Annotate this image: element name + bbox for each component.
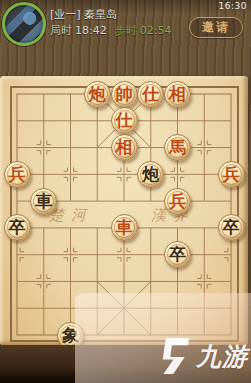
move-time-value: 02:54 [140,24,172,37]
watermark-text: 九游 [196,340,248,373]
piece-black-卒[interactable]: 卒 [164,241,191,268]
piece-red-兵[interactable]: 兵 [164,188,191,215]
player-timers: 局时18:42步时02:54 [50,23,171,38]
piece-red-兵[interactable]: 兵 [218,161,245,188]
piece-red-馬[interactable]: 馬 [164,134,191,161]
piece-red-車[interactable]: 車 [111,214,138,241]
app-screen: 16:30 [业一] 秦皇岛 局时18:42步时02:54 邀请 楚河 漢界 炮… [0,0,251,383]
player-avatar[interactable] [2,2,46,46]
game-time-label: 局时 [50,24,72,37]
invite-button[interactable]: 邀请 [189,17,243,38]
piece-black-卒[interactable]: 卒 [4,214,31,241]
game-time-value: 18:42 [75,24,107,37]
piece-red-相[interactable]: 相 [111,134,138,161]
piece-red-仕[interactable]: 仕 [111,107,138,134]
piece-black-炮[interactable]: 炮 [137,161,164,188]
player-name: [业一] 秦皇岛 [50,7,117,22]
piece-red-帥[interactable]: 帥 [111,81,138,108]
system-clock: 16:30 [219,1,247,11]
watermark-logo: 九游 [157,336,248,376]
piece-black-卒[interactable]: 卒 [218,214,245,241]
piece-red-仕[interactable]: 仕 [137,81,164,108]
piece-red-炮[interactable]: 炮 [84,81,111,108]
piece-black-車[interactable]: 車 [30,188,57,215]
nine-game-logo-icon [157,336,193,376]
move-time-label: 步时 [115,24,137,37]
piece-red-兵[interactable]: 兵 [4,161,31,188]
piece-red-相[interactable]: 相 [164,81,191,108]
